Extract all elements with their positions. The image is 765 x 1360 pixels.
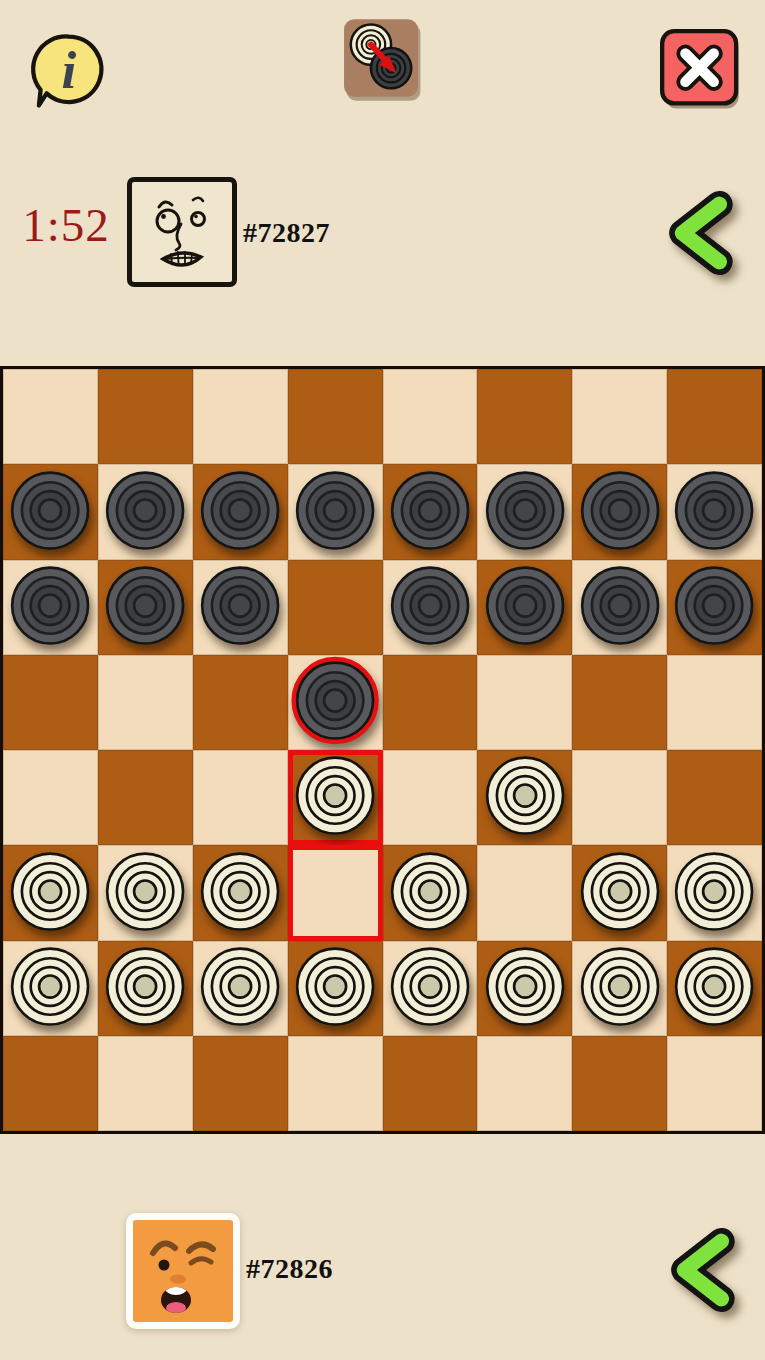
piece-black[interactable] [101,563,189,652]
square-r2c3[interactable] [193,464,288,559]
square-r5c4[interactable] [288,750,383,845]
piece-white[interactable] [576,849,664,938]
square-r2c1[interactable] [3,464,98,559]
square-r3c8[interactable] [667,560,762,655]
square-r1c5[interactable] [383,369,478,464]
square-r1c8[interactable] [667,369,762,464]
square-r7c4[interactable] [288,941,383,1036]
square-r1c4[interactable] [288,369,383,464]
piece-black[interactable] [576,468,664,557]
square-r3c5[interactable] [383,560,478,655]
square-r1c7[interactable] [572,369,667,464]
square-r8c7[interactable] [572,1036,667,1131]
piece-black[interactable] [291,468,379,557]
top-player-id: #72827 [243,217,330,249]
piece-white[interactable] [576,944,664,1033]
square-r3c2[interactable] [98,560,193,655]
piece-white[interactable] [386,849,474,938]
piece-black[interactable] [670,563,758,652]
piece-black[interactable] [196,563,284,652]
piece-white[interactable] [481,753,569,842]
app-logo-icon [339,16,423,108]
square-r2c5[interactable] [383,464,478,559]
close-icon[interactable] [657,26,743,114]
square-r8c3[interactable] [193,1036,288,1131]
piece-black[interactable] [6,563,94,652]
square-r6c6[interactable] [477,845,572,940]
square-r4c2[interactable] [98,655,193,750]
piece-white[interactable] [670,944,758,1033]
square-r8c6[interactable] [477,1036,572,1131]
piece-black[interactable] [481,468,569,557]
piece-white[interactable] [386,944,474,1033]
piece-white[interactable] [291,944,379,1033]
square-r6c5[interactable] [383,845,478,940]
info-icon[interactable]: i [26,28,112,118]
piece-white[interactable] [6,849,94,938]
square-r1c6[interactable] [477,369,572,464]
square-r5c5[interactable] [383,750,478,845]
piece-black[interactable] [386,468,474,557]
top-player-timer: 1:52 [14,198,118,252]
bottom-player-avatar [126,1213,240,1329]
square-r2c8[interactable] [667,464,762,559]
square-r4c5[interactable] [383,655,478,750]
piece-black[interactable] [481,563,569,652]
square-r6c2[interactable] [98,845,193,940]
square-r6c3[interactable] [193,845,288,940]
square-r5c2[interactable] [98,750,193,845]
square-r8c8[interactable] [667,1036,762,1131]
piece-white[interactable] [6,944,94,1033]
piece-black[interactable] [101,468,189,557]
square-r3c7[interactable] [572,560,667,655]
square-r7c3[interactable] [193,941,288,1036]
piece-white[interactable] [481,944,569,1033]
bottom-back-chevron-icon[interactable] [666,1230,748,1310]
square-r6c1[interactable] [3,845,98,940]
piece-white[interactable] [101,944,189,1033]
square-r3c4[interactable] [288,560,383,655]
piece-black[interactable] [291,658,379,747]
square-r7c8[interactable] [667,941,762,1036]
square-r8c4[interactable] [288,1036,383,1131]
svg-text:i: i [62,40,77,100]
square-r5c7[interactable] [572,750,667,845]
square-r8c5[interactable] [383,1036,478,1131]
square-r1c1[interactable] [3,369,98,464]
square-r4c1[interactable] [3,655,98,750]
square-r5c1[interactable] [3,750,98,845]
square-r7c2[interactable] [98,941,193,1036]
piece-black[interactable] [576,563,664,652]
piece-white[interactable] [101,849,189,938]
square-r8c2[interactable] [98,1036,193,1131]
piece-white[interactable] [196,849,284,938]
square-r2c4[interactable] [288,464,383,559]
square-r5c3[interactable] [193,750,288,845]
square-r1c2[interactable] [98,369,193,464]
square-r4c6[interactable] [477,655,572,750]
square-r5c8[interactable] [667,750,762,845]
square-r4c3[interactable] [193,655,288,750]
square-r4c7[interactable] [572,655,667,750]
square-r1c3[interactable] [193,369,288,464]
square-r6c8[interactable] [667,845,762,940]
square-r4c4[interactable] [288,655,383,750]
piece-black[interactable] [386,563,474,652]
square-r7c7[interactable] [572,941,667,1036]
square-r4c8[interactable] [667,655,762,750]
square-r2c7[interactable] [572,464,667,559]
square-r8c1[interactable] [3,1036,98,1131]
square-r3c3[interactable] [193,560,288,655]
piece-white[interactable] [291,753,379,842]
piece-black[interactable] [670,468,758,557]
square-r6c7[interactable] [572,845,667,940]
piece-black[interactable] [6,468,94,557]
board [0,366,765,1134]
bottom-player-id: #72826 [246,1253,333,1285]
square-r7c5[interactable] [383,941,478,1036]
piece-white[interactable] [196,944,284,1033]
piece-black[interactable] [196,468,284,557]
square-r2c2[interactable] [98,464,193,559]
square-r7c1[interactable] [3,941,98,1036]
square-r5c6[interactable] [477,750,572,845]
piece-white[interactable] [670,849,758,938]
square-r3c1[interactable] [3,560,98,655]
top-player-avatar [127,177,237,287]
top-back-chevron-icon[interactable] [664,193,746,273]
square-r2c6[interactable] [477,464,572,559]
square-r6c4[interactable] [288,845,383,940]
square-r3c6[interactable] [477,560,572,655]
square-r7c6[interactable] [477,941,572,1036]
